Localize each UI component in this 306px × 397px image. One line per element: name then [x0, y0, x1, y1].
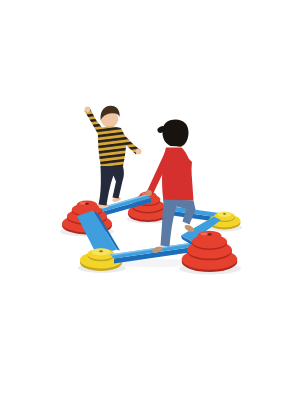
boy-hand-right [136, 149, 142, 155]
girl-hair [162, 120, 188, 147]
dome-hole [99, 250, 103, 252]
dome-hole [85, 203, 89, 205]
boy-shirt [98, 126, 127, 168]
dome-hole [207, 233, 212, 235]
scene-illustration [0, 0, 306, 397]
boy-hand-left [85, 107, 91, 113]
dome-hole [223, 213, 226, 215]
photo-figure [0, 0, 306, 397]
girl-hand-left [146, 190, 152, 196]
product-photo [0, 0, 306, 397]
